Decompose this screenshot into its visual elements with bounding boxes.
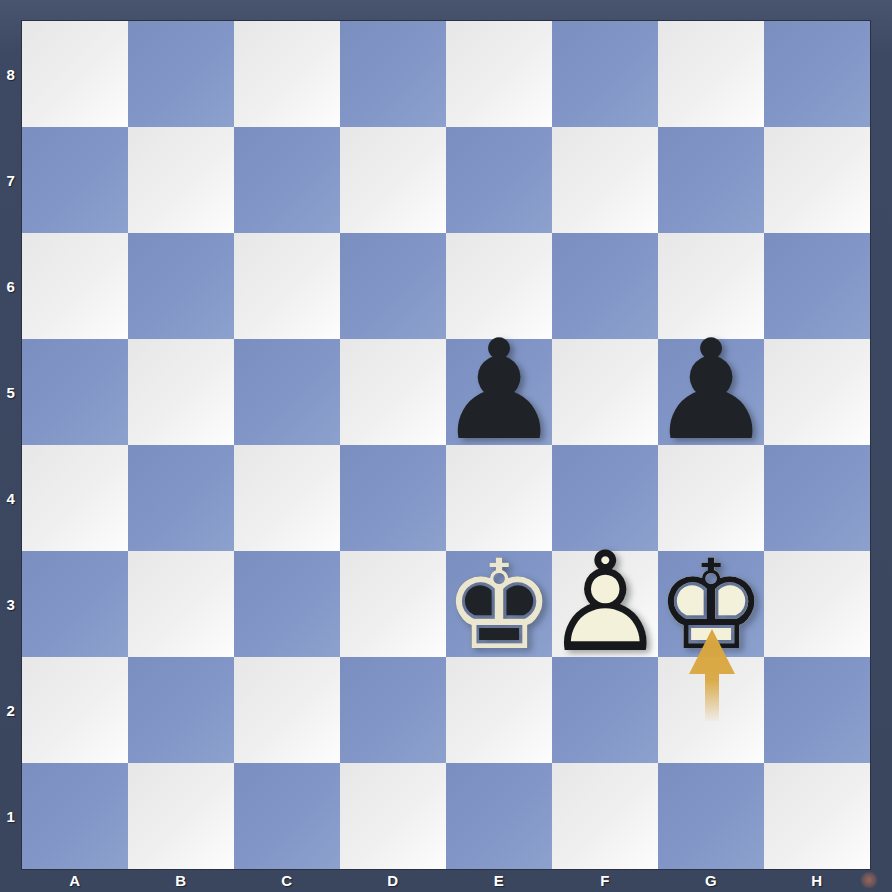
rank-label-8: 8: [0, 21, 22, 127]
file-coordinates: ABCDEFGH: [22, 869, 870, 892]
rank-coordinates: 87654321: [0, 21, 22, 869]
square-g1[interactable]: [658, 763, 764, 869]
square-e1[interactable]: [446, 763, 552, 869]
square-a5[interactable]: [22, 339, 128, 445]
square-c2[interactable]: [234, 657, 340, 763]
square-h4[interactable]: [764, 445, 870, 551]
file-label-d: D: [340, 869, 446, 892]
square-d5[interactable]: [340, 339, 446, 445]
square-b4[interactable]: [128, 445, 234, 551]
corner-dot: [860, 871, 878, 889]
square-c6[interactable]: [234, 233, 340, 339]
square-a8[interactable]: [22, 21, 128, 127]
chess-board: ♟♟♚♔♟♙♚♔: [22, 21, 870, 869]
rank-label-6: 6: [0, 233, 22, 339]
file-label-f: F: [552, 869, 658, 892]
square-e3[interactable]: ♚♔: [446, 551, 552, 657]
square-d3[interactable]: [340, 551, 446, 657]
square-d2[interactable]: [340, 657, 446, 763]
square-h1[interactable]: [764, 763, 870, 869]
square-g7[interactable]: [658, 127, 764, 233]
square-c3[interactable]: [234, 551, 340, 657]
square-f6[interactable]: [552, 233, 658, 339]
white-pawn[interactable]: ♟♙: [552, 551, 658, 657]
square-f1[interactable]: [552, 763, 658, 869]
file-label-g: G: [658, 869, 764, 892]
square-g3[interactable]: ♚♔: [658, 551, 764, 657]
black-pawn[interactable]: ♟: [658, 339, 764, 445]
rank-label-5: 5: [0, 339, 22, 445]
square-f7[interactable]: [552, 127, 658, 233]
square-d6[interactable]: [340, 233, 446, 339]
square-e5[interactable]: ♟: [446, 339, 552, 445]
square-h8[interactable]: [764, 21, 870, 127]
square-b6[interactable]: [128, 233, 234, 339]
square-a6[interactable]: [22, 233, 128, 339]
square-f3[interactable]: ♟♙: [552, 551, 658, 657]
square-g5[interactable]: ♟: [658, 339, 764, 445]
square-f5[interactable]: [552, 339, 658, 445]
square-e8[interactable]: [446, 21, 552, 127]
square-h3[interactable]: [764, 551, 870, 657]
square-d1[interactable]: [340, 763, 446, 869]
black-king[interactable]: ♚♔: [446, 551, 552, 657]
square-b5[interactable]: [128, 339, 234, 445]
square-e2[interactable]: [446, 657, 552, 763]
file-label-e: E: [446, 869, 552, 892]
square-h2[interactable]: [764, 657, 870, 763]
rank-label-4: 4: [0, 445, 22, 551]
square-b2[interactable]: [128, 657, 234, 763]
square-d7[interactable]: [340, 127, 446, 233]
white-king[interactable]: ♚♔: [658, 551, 764, 657]
square-a3[interactable]: [22, 551, 128, 657]
square-h7[interactable]: [764, 127, 870, 233]
square-c8[interactable]: [234, 21, 340, 127]
square-d8[interactable]: [340, 21, 446, 127]
file-label-a: A: [22, 869, 128, 892]
square-h5[interactable]: [764, 339, 870, 445]
rank-label-7: 7: [0, 127, 22, 233]
square-c5[interactable]: [234, 339, 340, 445]
square-f2[interactable]: [552, 657, 658, 763]
file-label-h: H: [764, 869, 870, 892]
square-c7[interactable]: [234, 127, 340, 233]
square-c4[interactable]: [234, 445, 340, 551]
file-label-c: C: [234, 869, 340, 892]
square-a7[interactable]: [22, 127, 128, 233]
square-b1[interactable]: [128, 763, 234, 869]
board-frame: ♟♟♚♔♟♙♚♔ 87654321 ABCDEFGH: [0, 0, 892, 892]
square-a2[interactable]: [22, 657, 128, 763]
square-a4[interactable]: [22, 445, 128, 551]
square-b3[interactable]: [128, 551, 234, 657]
file-label-b: B: [128, 869, 234, 892]
square-b7[interactable]: [128, 127, 234, 233]
rank-label-3: 3: [0, 551, 22, 657]
rank-label-1: 1: [0, 763, 22, 869]
rank-label-2: 2: [0, 657, 22, 763]
square-b8[interactable]: [128, 21, 234, 127]
square-e7[interactable]: [446, 127, 552, 233]
square-c1[interactable]: [234, 763, 340, 869]
square-g2[interactable]: [658, 657, 764, 763]
square-h6[interactable]: [764, 233, 870, 339]
black-pawn[interactable]: ♟: [446, 339, 552, 445]
square-g8[interactable]: [658, 21, 764, 127]
square-d4[interactable]: [340, 445, 446, 551]
square-f8[interactable]: [552, 21, 658, 127]
square-a1[interactable]: [22, 763, 128, 869]
